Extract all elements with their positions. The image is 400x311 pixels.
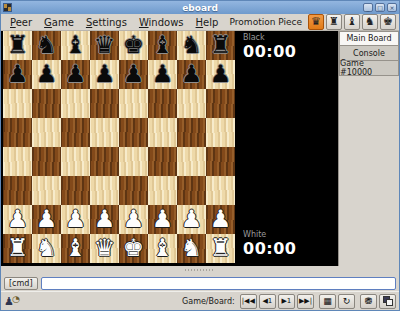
- promotion-queen-button[interactable]: ♛: [308, 14, 324, 30]
- square-c4[interactable]: [61, 147, 90, 176]
- tab-column: Main Board Console Game #10000: [338, 31, 399, 266]
- black-pawn: ♟: [210, 60, 232, 89]
- white-rook: ♜: [7, 234, 29, 263]
- piece-stack-icon: ⛃: [365, 296, 373, 306]
- square-f2[interactable]: ♟: [148, 205, 177, 234]
- square-c1[interactable]: ♝: [61, 234, 90, 263]
- square-g4[interactable]: [177, 147, 206, 176]
- square-e8[interactable]: ♚: [119, 31, 148, 60]
- white-pawn: ♟: [94, 205, 116, 234]
- eboard-window: eboard _ □ × Peer Game Settings Windows …: [0, 0, 400, 311]
- square-c6[interactable]: [61, 89, 90, 118]
- square-b2[interactable]: ♟: [32, 205, 61, 234]
- white-queen: ♛: [94, 234, 116, 263]
- square-g5[interactable]: [177, 118, 206, 147]
- black-pawn: ♟: [36, 60, 58, 89]
- refresh-icon: ↻: [343, 296, 351, 306]
- square-e3[interactable]: [119, 176, 148, 205]
- white-knight: ♞: [36, 234, 58, 263]
- white-clock: White 00:00: [243, 230, 296, 258]
- square-f6[interactable]: [148, 89, 177, 118]
- black-clock: Black 00:00: [243, 33, 296, 61]
- promotion-knight-button[interactable]: ♞: [362, 14, 378, 30]
- square-f5[interactable]: [148, 118, 177, 147]
- square-c7[interactable]: ♟: [61, 60, 90, 89]
- promotion-rook-button[interactable]: ♜: [326, 14, 342, 30]
- command-row: [cmd]: [1, 275, 399, 291]
- square-b7[interactable]: ♟: [32, 60, 61, 89]
- black-clock-time: 00:00: [243, 42, 296, 61]
- menu-help[interactable]: Help: [190, 16, 225, 29]
- menu-windows[interactable]: Windows: [133, 16, 190, 29]
- refresh-button[interactable]: ↻: [338, 294, 355, 309]
- square-h8[interactable]: ♜: [206, 31, 235, 60]
- square-h6[interactable]: [206, 89, 235, 118]
- square-f7[interactable]: ♟: [148, 60, 177, 89]
- splitter-handle-icon: [185, 269, 215, 271]
- white-rook: ♜: [210, 234, 232, 263]
- square-f1[interactable]: ♝: [148, 234, 177, 263]
- white-pawn: ♟: [152, 205, 174, 234]
- square-e7[interactable]: ♟: [119, 60, 148, 89]
- square-a3[interactable]: [3, 176, 32, 205]
- titlebar[interactable]: eboard _ □ ×: [1, 1, 399, 14]
- square-h5[interactable]: [206, 118, 235, 147]
- square-c3[interactable]: [61, 176, 90, 205]
- square-g2[interactable]: ♟: [177, 205, 206, 234]
- back-one-button[interactable]: ◀1: [259, 294, 276, 309]
- white-pawn: ♟: [36, 205, 58, 234]
- white-clock-time: 00:00: [243, 239, 296, 258]
- square-e6[interactable]: [119, 89, 148, 118]
- square-g6[interactable]: [177, 89, 206, 118]
- square-g3[interactable]: [177, 176, 206, 205]
- promotion-bishop-button[interactable]: ♝: [344, 14, 360, 30]
- game-board-label: Game/Board:: [182, 297, 235, 306]
- square-b6[interactable]: [32, 89, 61, 118]
- board-copy-icon: [383, 296, 393, 306]
- first-move-button[interactable]: |◀◀: [240, 294, 257, 309]
- square-b8[interactable]: ♞: [32, 31, 61, 60]
- square-h3[interactable]: [206, 176, 235, 205]
- white-pawn: ♟: [123, 205, 145, 234]
- move-list-button[interactable]: ▦: [319, 294, 336, 309]
- square-c5[interactable]: [61, 118, 90, 147]
- chess-board: ♜♞♝♛♚♝♞♜♟♟♟♟♟♟♟♟♟♟♟♟♟♟♟♟♜♞♝♛♚♝♞♜: [3, 31, 235, 263]
- white-pawn: ♟: [181, 205, 203, 234]
- square-d8[interactable]: ♛: [90, 31, 119, 60]
- menu-game[interactable]: Game: [38, 16, 80, 29]
- square-b3[interactable]: [32, 176, 61, 205]
- black-pawn: ♟: [123, 60, 145, 89]
- square-h7[interactable]: ♟: [206, 60, 235, 89]
- white-king: ♚: [123, 234, 145, 263]
- pane-splitter[interactable]: [1, 266, 399, 275]
- menu-peer[interactable]: Peer: [4, 16, 38, 29]
- square-e5[interactable]: [119, 118, 148, 147]
- square-a4[interactable]: [3, 147, 32, 176]
- square-d7[interactable]: ♟: [90, 60, 119, 89]
- white-pawn: ♟: [65, 205, 87, 234]
- square-a1[interactable]: ♜: [3, 234, 32, 263]
- square-d4[interactable]: [90, 147, 119, 176]
- command-input[interactable]: [41, 277, 396, 290]
- square-e1[interactable]: ♚: [119, 234, 148, 263]
- grid-icon: ▦: [323, 296, 332, 306]
- square-h2[interactable]: ♟: [206, 205, 235, 234]
- black-pawn: ♟: [7, 60, 29, 89]
- square-h1[interactable]: ♜: [206, 234, 235, 263]
- square-b5[interactable]: [32, 118, 61, 147]
- menubar: Peer Game Settings Windows Help Promotio…: [1, 14, 399, 31]
- black-queen: ♛: [94, 31, 116, 60]
- black-pawn: ♟: [65, 60, 87, 89]
- square-g7[interactable]: ♟: [177, 60, 206, 89]
- main-area: ♜♞♝♛♚♝♞♜♟♟♟♟♟♟♟♟♟♟♟♟♟♟♟♟♜♞♝♛♚♝♞♜ Black 0…: [1, 31, 399, 266]
- square-a8[interactable]: ♜: [3, 31, 32, 60]
- square-a6[interactable]: [3, 89, 32, 118]
- tab-main-board[interactable]: Main Board: [339, 31, 399, 46]
- square-d2[interactable]: ♟: [90, 205, 119, 234]
- last-move-button[interactable]: ▶▶|: [297, 294, 314, 309]
- tab-game-10000[interactable]: Game #10000: [339, 61, 399, 76]
- square-c8[interactable]: ♝: [61, 31, 90, 60]
- square-h4[interactable]: [206, 147, 235, 176]
- white-bishop: ♝: [65, 234, 87, 263]
- window-title: eboard: [1, 3, 399, 13]
- square-g1[interactable]: ♞: [177, 234, 206, 263]
- square-f3[interactable]: [148, 176, 177, 205]
- pawn-clock-icon: ♟ ◔: [4, 294, 24, 309]
- square-d6[interactable]: [90, 89, 119, 118]
- square-a5[interactable]: [3, 118, 32, 147]
- square-e4[interactable]: [119, 147, 148, 176]
- piece-stack-button[interactable]: ⛃: [360, 294, 377, 309]
- status-bar: ♟ ◔ Game/Board: |◀◀ ◀1 ▶1 ▶▶| ▦ ↻ ⛃: [1, 291, 399, 310]
- board-copy-button[interactable]: [379, 294, 396, 309]
- square-b4[interactable]: [32, 147, 61, 176]
- square-d3[interactable]: [90, 176, 119, 205]
- white-clock-label: White: [243, 230, 296, 239]
- black-pawn: ♟: [152, 60, 174, 89]
- square-f4[interactable]: [148, 147, 177, 176]
- square-d5[interactable]: [90, 118, 119, 147]
- black-bishop: ♝: [152, 31, 174, 60]
- board-panel: ♜♞♝♛♚♝♞♜♟♟♟♟♟♟♟♟♟♟♟♟♟♟♟♟♜♞♝♛♚♝♞♜ Black 0…: [1, 31, 338, 266]
- promotion-piece-label: Promotion Piece: [230, 17, 302, 27]
- cmd-button[interactable]: [cmd]: [4, 277, 38, 290]
- black-knight: ♞: [181, 31, 203, 60]
- white-pawn: ♟: [210, 205, 232, 234]
- square-b1[interactable]: ♞: [32, 234, 61, 263]
- black-clock-label: Black: [243, 33, 296, 42]
- promotion-toolbar: Promotion Piece ♛ ♜ ♝ ♞ ♚: [230, 14, 396, 30]
- square-a7[interactable]: ♟: [3, 60, 32, 89]
- square-a2[interactable]: ♟: [3, 205, 32, 234]
- black-pawn: ♟: [94, 60, 116, 89]
- promotion-king-button[interactable]: ♚: [380, 14, 396, 30]
- menu-settings[interactable]: Settings: [80, 16, 133, 29]
- black-rook: ♜: [210, 31, 232, 60]
- white-bishop: ♝: [152, 234, 174, 263]
- square-g8[interactable]: ♞: [177, 31, 206, 60]
- black-rook: ♜: [7, 31, 29, 60]
- black-bishop: ♝: [65, 31, 87, 60]
- forward-one-button[interactable]: ▶1: [278, 294, 295, 309]
- white-knight: ♞: [181, 234, 203, 263]
- square-e2[interactable]: ♟: [119, 205, 148, 234]
- white-pawn: ♟: [7, 205, 29, 234]
- black-pawn: ♟: [181, 60, 203, 89]
- square-f8[interactable]: ♝: [148, 31, 177, 60]
- black-king: ♚: [123, 31, 145, 60]
- square-c2[interactable]: ♟: [61, 205, 90, 234]
- square-d1[interactable]: ♛: [90, 234, 119, 263]
- black-knight: ♞: [36, 31, 58, 60]
